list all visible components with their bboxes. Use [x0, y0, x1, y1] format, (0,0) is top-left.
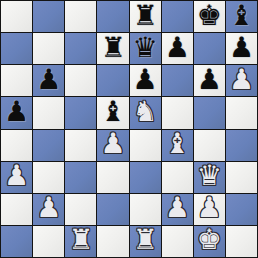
white-knight[interactable]: ♞ [133, 98, 158, 126]
white-queen[interactable]: ♛ [197, 162, 222, 190]
white-pawn[interactable]: ♟ [4, 162, 29, 190]
square-d8[interactable] [97, 1, 128, 32]
square-h7[interactable]: ♟ [226, 33, 257, 64]
square-e2[interactable] [130, 194, 161, 225]
square-b7[interactable] [33, 33, 64, 64]
square-h2[interactable] [226, 194, 257, 225]
square-g3[interactable]: ♛ [194, 162, 225, 193]
square-d1[interactable] [97, 226, 128, 257]
square-h8[interactable]: ♝ [226, 1, 257, 32]
square-h5[interactable] [226, 97, 257, 128]
square-b2[interactable]: ♟ [33, 194, 64, 225]
square-h1[interactable] [226, 226, 257, 257]
square-c6[interactable] [65, 65, 96, 96]
square-c7[interactable] [65, 33, 96, 64]
white-pawn[interactable]: ♟ [165, 194, 190, 222]
square-b1[interactable] [33, 226, 64, 257]
square-f8[interactable] [162, 1, 193, 32]
square-g5[interactable] [194, 97, 225, 128]
black-queen[interactable]: ♛ [133, 34, 158, 62]
square-e3[interactable] [130, 162, 161, 193]
square-e7[interactable]: ♛ [130, 33, 161, 64]
square-f4[interactable]: ♝ [162, 130, 193, 161]
square-a3[interactable]: ♟ [1, 162, 32, 193]
square-b5[interactable] [33, 97, 64, 128]
square-g7[interactable] [194, 33, 225, 64]
black-pawn[interactable]: ♟ [133, 66, 158, 94]
square-a1[interactable] [1, 226, 32, 257]
square-d4[interactable]: ♟ [97, 130, 128, 161]
square-b6[interactable]: ♟ [33, 65, 64, 96]
white-pawn[interactable]: ♟ [229, 66, 254, 94]
chess-board: ♜♚♝♜♛♟♟♟♟♟♟♟♝♞♟♝♟♛♟♟♟♜♜♚ [0, 0, 258, 258]
square-c2[interactable] [65, 194, 96, 225]
black-rook[interactable]: ♜ [100, 34, 125, 62]
white-bishop[interactable]: ♝ [165, 130, 190, 158]
square-b8[interactable] [33, 1, 64, 32]
square-c4[interactable] [65, 130, 96, 161]
square-g6[interactable]: ♟ [194, 65, 225, 96]
black-pawn[interactable]: ♟ [4, 98, 29, 126]
white-rook[interactable]: ♜ [133, 226, 158, 254]
black-pawn[interactable]: ♟ [229, 34, 254, 62]
black-pawn[interactable]: ♟ [165, 34, 190, 62]
square-e5[interactable]: ♞ [130, 97, 161, 128]
square-e1[interactable]: ♜ [130, 226, 161, 257]
white-king[interactable]: ♚ [197, 226, 222, 254]
black-pawn[interactable]: ♟ [36, 66, 61, 94]
square-h6[interactable]: ♟ [226, 65, 257, 96]
black-bishop[interactable]: ♝ [100, 98, 125, 126]
square-a2[interactable] [1, 194, 32, 225]
white-pawn[interactable]: ♟ [36, 194, 61, 222]
white-pawn[interactable]: ♟ [197, 194, 222, 222]
square-a6[interactable] [1, 65, 32, 96]
black-rook[interactable]: ♜ [133, 2, 158, 30]
square-g8[interactable]: ♚ [194, 1, 225, 32]
square-e4[interactable] [130, 130, 161, 161]
square-f2[interactable]: ♟ [162, 194, 193, 225]
square-h4[interactable] [226, 130, 257, 161]
white-pawn[interactable]: ♟ [100, 130, 125, 158]
square-c5[interactable] [65, 97, 96, 128]
black-king[interactable]: ♚ [197, 2, 222, 30]
square-a7[interactable] [1, 33, 32, 64]
square-d7[interactable]: ♜ [97, 33, 128, 64]
square-b4[interactable] [33, 130, 64, 161]
square-a4[interactable] [1, 130, 32, 161]
square-c1[interactable]: ♜ [65, 226, 96, 257]
square-f3[interactable] [162, 162, 193, 193]
square-g4[interactable] [194, 130, 225, 161]
square-c3[interactable] [65, 162, 96, 193]
square-d5[interactable]: ♝ [97, 97, 128, 128]
square-b3[interactable] [33, 162, 64, 193]
black-pawn[interactable]: ♟ [197, 66, 222, 94]
square-f1[interactable] [162, 226, 193, 257]
square-e8[interactable]: ♜ [130, 1, 161, 32]
square-f6[interactable] [162, 65, 193, 96]
square-f5[interactable] [162, 97, 193, 128]
square-e6[interactable]: ♟ [130, 65, 161, 96]
white-rook[interactable]: ♜ [68, 226, 93, 254]
square-a5[interactable]: ♟ [1, 97, 32, 128]
square-d6[interactable] [97, 65, 128, 96]
black-bishop[interactable]: ♝ [229, 2, 254, 30]
square-d2[interactable] [97, 194, 128, 225]
square-a8[interactable] [1, 1, 32, 32]
square-f7[interactable]: ♟ [162, 33, 193, 64]
square-g1[interactable]: ♚ [194, 226, 225, 257]
square-g2[interactable]: ♟ [194, 194, 225, 225]
square-h3[interactable] [226, 162, 257, 193]
square-d3[interactable] [97, 162, 128, 193]
square-c8[interactable] [65, 1, 96, 32]
